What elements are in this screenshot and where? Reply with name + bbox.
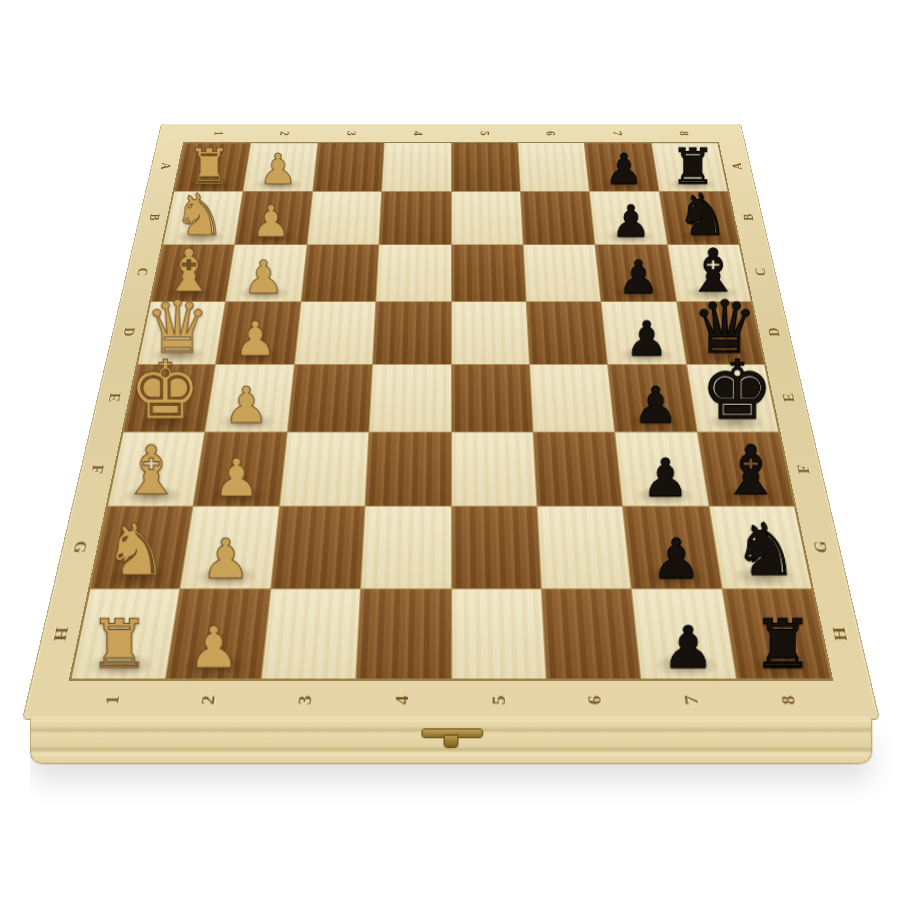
square-c4[interactable] [376, 245, 450, 302]
photo-stage: 12345678 12345678 ABCDEFGH ABCDEFGH ♜♟♟♜… [0, 0, 900, 900]
square-b3[interactable] [307, 192, 381, 244]
square-f7[interactable]: ♟ [616, 432, 709, 506]
piece-black-knight-b8[interactable]: ♞ [677, 188, 729, 243]
file-label-right-g: G [811, 541, 833, 553]
square-f6[interactable] [534, 432, 623, 506]
square-a5[interactable] [451, 143, 519, 191]
rank-label-top-4: 4 [411, 131, 425, 135]
square-e6[interactable] [530, 364, 614, 431]
piece-black-bishop-f8[interactable]: ♝ [721, 439, 782, 503]
square-c5[interactable] [451, 245, 525, 302]
file-label-left-f: F [88, 465, 108, 474]
square-c3[interactable] [301, 245, 378, 302]
square-f8[interactable]: ♝ [697, 432, 793, 506]
file-label-left-g: G [69, 541, 91, 553]
file-label-right-b: B [740, 214, 757, 221]
piece-white-pawn-a2[interactable]: ♟ [259, 150, 297, 190]
square-g7[interactable]: ♟ [623, 507, 721, 588]
piece-black-pawn-d7[interactable]: ♟ [625, 316, 668, 362]
square-e4[interactable] [370, 364, 451, 431]
square-h2[interactable]: ♟ [167, 589, 270, 679]
file-label-left-a: A [157, 163, 173, 170]
square-h5[interactable] [452, 589, 546, 679]
piece-black-pawn-a7[interactable]: ♟ [605, 150, 643, 190]
piece-white-knight-g1[interactable]: ♞ [103, 517, 168, 586]
square-a4[interactable] [382, 143, 450, 191]
file-label-right-h: H [830, 627, 853, 641]
square-d4[interactable] [373, 302, 450, 363]
piece-white-rook-h1[interactable]: ♜ [89, 611, 150, 675]
piece-white-pawn-f2[interactable]: ♟ [213, 454, 260, 504]
square-d6[interactable] [527, 302, 608, 363]
piece-white-pawn-g2[interactable]: ♟ [201, 533, 250, 585]
piece-black-rook-h8[interactable]: ♜ [753, 611, 814, 675]
rank-label-bottom-8: 8 [778, 695, 801, 704]
file-label-right-e: E [779, 393, 798, 402]
piece-black-pawn-f7[interactable]: ♟ [642, 454, 689, 504]
file-label-right-c: C [752, 268, 770, 276]
file-label-left-c: C [133, 268, 151, 276]
rank-label-bottom-6: 6 [585, 695, 607, 704]
file-label-left-e: E [104, 393, 123, 402]
rank-label-bottom-7: 7 [681, 695, 703, 704]
square-a6[interactable] [518, 143, 589, 191]
square-h3[interactable] [262, 589, 361, 679]
square-d5[interactable] [451, 302, 528, 363]
file-label-left-d: D [119, 328, 138, 337]
piece-white-pawn-d2[interactable]: ♟ [234, 316, 277, 362]
square-c7[interactable]: ♟ [596, 245, 676, 302]
piece-black-pawn-e7[interactable]: ♟ [633, 382, 678, 430]
piece-black-king-e8[interactable]: ♚ [701, 352, 774, 429]
rank-label-top-2: 2 [277, 131, 292, 135]
square-f5[interactable] [452, 432, 537, 506]
rank-label-top-1: 1 [211, 131, 226, 135]
rank-label-bottom-3: 3 [295, 695, 317, 704]
piece-black-pawn-b7[interactable]: ♟ [611, 201, 651, 243]
piece-white-pawn-h2[interactable]: ♟ [188, 621, 240, 676]
square-c2[interactable]: ♟ [226, 245, 306, 302]
square-g5[interactable] [452, 507, 541, 588]
piece-white-pawn-c2[interactable]: ♟ [243, 256, 284, 300]
square-h4[interactable] [357, 589, 451, 679]
board-grid: ♜♟♟♜♞♟♟♞♝♟♟♝♛♟♟♛♚♟♟♚♝♟♟♝♞♟♟♞♜♟♟♜ [69, 142, 834, 681]
piece-black-pawn-c7[interactable]: ♟ [618, 256, 659, 300]
square-c6[interactable] [524, 245, 601, 302]
square-f1[interactable]: ♝ [108, 432, 204, 506]
square-e1[interactable]: ♚ [124, 364, 216, 431]
square-b4[interactable] [379, 192, 450, 244]
rank-labels-top: 12345678 [183, 124, 719, 142]
square-b7[interactable]: ♟ [590, 192, 667, 244]
square-e5[interactable] [452, 364, 533, 431]
piece-black-knight-g8[interactable]: ♞ [734, 517, 799, 586]
square-f4[interactable] [366, 432, 451, 506]
chess-board: 12345678 12345678 ABCDEFGH ABCDEFGH ♜♟♟♜… [22, 124, 880, 720]
rank-label-top-7: 7 [610, 131, 625, 135]
piece-white-king-e1[interactable]: ♚ [128, 352, 201, 429]
square-a2[interactable]: ♟ [244, 143, 317, 191]
rank-label-bottom-1: 1 [102, 695, 125, 704]
square-e3[interactable] [288, 364, 372, 431]
piece-white-knight-b1[interactable]: ♞ [173, 188, 225, 243]
piece-white-bishop-f1[interactable]: ♝ [120, 439, 181, 503]
square-g8[interactable]: ♞ [709, 507, 811, 588]
square-f3[interactable] [280, 432, 369, 506]
latch-tab [444, 734, 459, 748]
rank-label-bottom-4: 4 [392, 695, 413, 704]
file-label-right-f: F [794, 465, 814, 474]
piece-black-pawn-h7[interactable]: ♟ [662, 621, 714, 676]
rank-label-top-3: 3 [344, 131, 359, 135]
piece-black-pawn-g7[interactable]: ♟ [651, 533, 700, 585]
file-label-right-d: D [765, 328, 784, 337]
rank-label-top-8: 8 [676, 131, 691, 135]
file-label-left-h: H [49, 627, 72, 641]
square-g3[interactable] [271, 507, 364, 588]
square-d7[interactable]: ♟ [602, 302, 686, 363]
rank-label-top-6: 6 [543, 131, 558, 135]
square-g4[interactable] [361, 507, 450, 588]
square-e8[interactable]: ♚ [687, 364, 779, 431]
square-d2[interactable]: ♟ [216, 302, 300, 363]
rank-labels-bottom: 12345678 [61, 681, 842, 718]
square-g1[interactable]: ♞ [91, 507, 193, 588]
file-label-right-a: A [729, 163, 745, 170]
square-g2[interactable]: ♟ [181, 507, 279, 588]
rank-label-bottom-5: 5 [489, 695, 510, 704]
square-b6[interactable] [521, 192, 595, 244]
square-g6[interactable] [537, 507, 630, 588]
square-e2[interactable]: ♟ [206, 364, 294, 431]
file-label-left-b: B [145, 214, 162, 221]
square-a7[interactable]: ♟ [585, 143, 658, 191]
square-d3[interactable] [295, 302, 376, 363]
square-h6[interactable] [542, 589, 641, 679]
square-h8[interactable]: ♜ [722, 589, 830, 679]
square-e7[interactable]: ♟ [608, 364, 696, 431]
square-b2[interactable]: ♟ [235, 192, 312, 244]
piece-white-pawn-b2[interactable]: ♟ [251, 201, 291, 243]
box-front-panel [30, 718, 873, 764]
rank-label-bottom-2: 2 [199, 695, 221, 704]
piece-white-pawn-e2[interactable]: ♟ [224, 382, 269, 430]
square-h1[interactable]: ♜ [72, 589, 180, 679]
square-h7[interactable]: ♟ [632, 589, 735, 679]
brass-latch-icon[interactable] [421, 728, 480, 745]
rank-label-top-5: 5 [477, 131, 491, 135]
square-b5[interactable] [451, 192, 522, 244]
square-f2[interactable]: ♟ [194, 432, 287, 506]
square-a3[interactable] [313, 143, 384, 191]
